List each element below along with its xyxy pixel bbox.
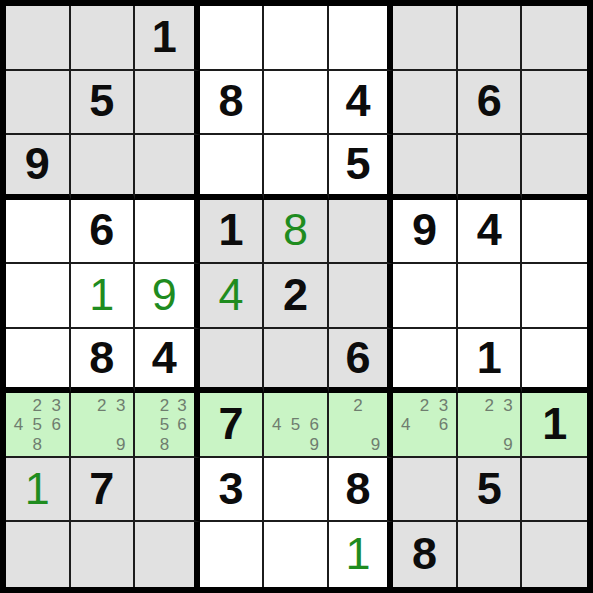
candidate-2: 2 [349,395,367,415]
candidate-8: 8 [156,434,174,454]
cell-r7c8[interactable]: 239 [458,393,523,458]
cell-r3c2[interactable] [71,135,136,200]
given-digit: 4 [477,207,502,254]
cell-r6c5[interactable] [264,329,329,394]
cell-r9c4[interactable] [200,522,265,587]
cell-r2c2[interactable]: 5 [71,71,136,136]
entered-digit: 1 [346,531,371,578]
candidate-6: 6 [47,415,66,435]
cell-r5c6[interactable] [329,264,394,329]
cell-r5c1[interactable] [6,264,71,329]
given-digit: 8 [89,335,114,382]
cell-r6c9[interactable] [522,329,587,394]
cell-r3c5[interactable] [264,135,329,200]
candidate-6: 6 [173,415,191,435]
candidate-2: 2 [480,395,499,415]
given-digit: 3 [218,466,243,513]
cell-r8c4[interactable]: 3 [200,458,265,523]
cell-r2c3[interactable] [135,71,200,136]
cell-r7c2[interactable]: 239 [71,393,136,458]
candidate-8: 8 [28,434,47,454]
cell-r2c8[interactable]: 6 [458,71,523,136]
entered-digit: 1 [89,272,114,319]
cell-r9c1[interactable] [6,522,71,587]
cell-r9c6[interactable]: 1 [329,522,394,587]
cell-r3c4[interactable] [200,135,265,200]
cell-r2c5[interactable] [264,71,329,136]
pencil-marks: 23568 [135,393,194,456]
pencil-marks: 4569 [264,393,327,456]
entered-digit: 4 [218,272,243,319]
cell-r8c9[interactable] [522,458,587,523]
candidate-4: 4 [396,415,415,435]
cell-r3c6[interactable]: 5 [329,135,394,200]
cell-r4c4[interactable]: 1 [200,200,265,265]
given-digit: 8 [218,78,243,125]
cell-r1c9[interactable] [522,6,587,71]
candidate-3: 3 [434,395,453,415]
cell-r6c6[interactable]: 6 [329,329,394,394]
cell-r8c7[interactable] [393,458,458,523]
cell-r5c4[interactable]: 4 [200,264,265,329]
given-digit: 7 [89,466,114,513]
cell-r8c3[interactable] [135,458,200,523]
pencil-marks: 234568 [6,393,69,456]
given-digit: 8 [346,466,371,513]
cell-r4c5[interactable]: 8 [264,200,329,265]
given-digit: 9 [25,141,50,188]
cell-r5c5[interactable]: 2 [264,264,329,329]
cell-r8c1[interactable]: 1 [6,458,71,523]
given-digit: 2 [283,272,308,319]
cell-r4c7[interactable]: 9 [393,200,458,265]
pencil-marks: 29 [329,393,388,456]
sudoku-board: 1584695618941942846123456823923568745692… [0,0,593,593]
cell-r8c2[interactable]: 7 [71,458,136,523]
cell-r7c3[interactable]: 23568 [135,393,200,458]
candidate-9: 9 [367,434,385,454]
cell-r2c6[interactable]: 4 [329,71,394,136]
cell-r4c8[interactable]: 4 [458,200,523,265]
given-digit: 4 [152,335,177,382]
candidate-5: 5 [286,415,305,435]
given-digit: 6 [346,335,371,382]
cell-r5c9[interactable] [522,264,587,329]
cell-r5c3[interactable]: 9 [135,264,200,329]
cell-r3c8[interactable] [458,135,523,200]
given-digit: 6 [477,78,502,125]
cell-r6c8[interactable]: 1 [458,329,523,394]
given-digit: 1 [477,335,502,382]
candidate-6: 6 [305,415,324,435]
candidate-4: 4 [9,415,28,435]
candidate-3: 3 [499,395,518,415]
cell-r1c1[interactable] [6,6,71,71]
cell-r1c7[interactable] [393,6,458,71]
cell-r9c5[interactable] [264,522,329,587]
candidate-2: 2 [156,395,174,415]
cell-r3c7[interactable] [393,135,458,200]
given-digit: 1 [218,207,243,254]
cell-r3c3[interactable] [135,135,200,200]
cell-r8c6[interactable]: 8 [329,458,394,523]
cell-r7c1[interactable]: 234568 [6,393,71,458]
entered-digit: 8 [283,207,308,254]
cell-r7c7[interactable]: 2346 [393,393,458,458]
cell-r9c9[interactable] [522,522,587,587]
candidate-3: 3 [173,395,191,415]
pencil-marks: 239 [71,393,134,456]
cell-r4c9[interactable] [522,200,587,265]
cell-r8c5[interactable] [264,458,329,523]
candidate-3: 3 [47,395,66,415]
entered-digit: 1 [25,466,50,513]
candidate-9: 9 [499,434,518,454]
cell-r1c5[interactable] [264,6,329,71]
cell-r9c3[interactable] [135,522,200,587]
candidate-5: 5 [28,415,47,435]
cell-r7c9[interactable]: 1 [522,393,587,458]
candidate-3: 3 [111,395,130,415]
cell-r1c8[interactable] [458,6,523,71]
cell-r4c1[interactable] [6,200,71,265]
cell-r2c7[interactable] [393,71,458,136]
candidate-9: 9 [305,434,324,454]
cell-r6c3[interactable]: 4 [135,329,200,394]
cell-r7c5[interactable]: 4569 [264,393,329,458]
given-digit: 5 [346,141,371,188]
cell-r4c6[interactable] [329,200,394,265]
given-digit: 5 [89,78,114,125]
cell-r6c7[interactable] [393,329,458,394]
cell-r3c1[interactable]: 9 [6,135,71,200]
cell-r2c4[interactable]: 8 [200,71,265,136]
cell-r7c6[interactable]: 29 [329,393,394,458]
cell-r9c8[interactable] [458,522,523,587]
cell-r1c3[interactable]: 1 [135,6,200,71]
cell-r2c9[interactable] [522,71,587,136]
cell-r8c8[interactable]: 5 [458,458,523,523]
candidate-2: 2 [92,395,111,415]
pencil-marks: 239 [458,393,521,456]
candidate-4: 4 [267,415,286,435]
cell-r4c3[interactable] [135,200,200,265]
given-digit: 1 [152,14,177,61]
cell-r1c6[interactable] [329,6,394,71]
given-digit: 8 [412,531,437,578]
given-digit: 6 [89,207,114,254]
given-digit: 7 [218,401,243,448]
cell-r4c2[interactable]: 6 [71,200,136,265]
given-digit: 9 [412,207,437,254]
cell-r1c2[interactable] [71,6,136,71]
cell-r2c1[interactable] [6,71,71,136]
cell-r5c8[interactable] [458,264,523,329]
given-digit: 5 [477,466,502,513]
cell-r5c7[interactable] [393,264,458,329]
pencil-marks: 2346 [393,393,456,456]
cell-r7c4[interactable]: 7 [200,393,265,458]
candidate-2: 2 [28,395,47,415]
candidate-6: 6 [434,415,453,435]
candidate-5: 5 [156,415,174,435]
given-digit: 4 [346,78,371,125]
cell-r6c4[interactable] [200,329,265,394]
cell-r9c2[interactable] [71,522,136,587]
cell-r1c4[interactable] [200,6,265,71]
candidate-2: 2 [415,395,434,415]
candidate-9: 9 [111,434,130,454]
cell-r9c7[interactable]: 8 [393,522,458,587]
entered-digit: 9 [152,272,177,319]
cell-r6c1[interactable] [6,329,71,394]
cell-r5c2[interactable]: 1 [71,264,136,329]
cell-r6c2[interactable]: 8 [71,329,136,394]
cell-r3c9[interactable] [522,135,587,200]
given-digit: 1 [542,401,567,448]
